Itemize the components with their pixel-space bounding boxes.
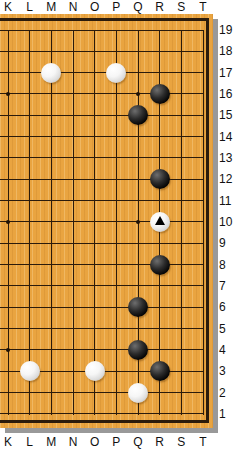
star-point-Q16 bbox=[136, 92, 140, 96]
row-label-11: 11 bbox=[219, 195, 234, 208]
black-stone-R16[interactable] bbox=[150, 84, 170, 104]
row-label-6: 6 bbox=[219, 301, 234, 314]
row-label-3: 3 bbox=[219, 365, 234, 378]
row-label-4: 4 bbox=[219, 344, 234, 357]
row-label-2: 2 bbox=[219, 387, 234, 400]
white-stone-O3[interactable] bbox=[85, 361, 105, 381]
row-label-5: 5 bbox=[219, 323, 234, 336]
bottom-column-label-N: N bbox=[65, 435, 81, 449]
triangle-mark-icon bbox=[155, 216, 165, 225]
board[interactable] bbox=[0, 14, 213, 428]
row-label-18: 18 bbox=[219, 45, 234, 58]
top-column-label-P: P bbox=[108, 0, 124, 14]
top-column-label-M: M bbox=[43, 0, 59, 14]
row-label-13: 13 bbox=[219, 152, 234, 165]
top-column-label-L: L bbox=[22, 0, 38, 14]
top-column-label-T: T bbox=[195, 0, 211, 14]
row-label-14: 14 bbox=[219, 131, 234, 144]
row-label-9: 9 bbox=[219, 237, 234, 250]
white-stone-M17[interactable] bbox=[41, 63, 61, 83]
star-point-K10 bbox=[6, 220, 10, 224]
bottom-column-label-L: L bbox=[22, 435, 38, 449]
black-stone-Q4[interactable] bbox=[128, 340, 148, 360]
top-column-label-Q: Q bbox=[130, 0, 146, 14]
bottom-column-label-K: K bbox=[0, 435, 16, 449]
top-column-label-S: S bbox=[173, 0, 189, 14]
bottom-column-label-O: O bbox=[87, 435, 103, 449]
row-label-12: 12 bbox=[219, 173, 234, 186]
row-label-1: 1 bbox=[219, 408, 234, 421]
top-column-label-O: O bbox=[87, 0, 103, 14]
black-stone-R12[interactable] bbox=[150, 169, 170, 189]
bottom-column-label-R: R bbox=[152, 435, 168, 449]
go-diagram: KLMNOPQRST 19181716151413121110987654321… bbox=[0, 0, 234, 450]
bottom-column-label-P: P bbox=[108, 435, 124, 449]
white-stone-L3[interactable] bbox=[20, 361, 40, 381]
white-stone-P17[interactable] bbox=[106, 63, 126, 83]
bottom-column-label-M: M bbox=[43, 435, 59, 449]
star-point-K16 bbox=[6, 92, 10, 96]
row-label-19: 19 bbox=[219, 24, 234, 37]
row-label-15: 15 bbox=[219, 109, 234, 122]
white-stone-R10[interactable] bbox=[150, 212, 170, 232]
black-stone-R8[interactable] bbox=[150, 255, 170, 275]
top-column-label-R: R bbox=[152, 0, 168, 14]
row-label-8: 8 bbox=[219, 259, 234, 272]
black-stone-R3[interactable] bbox=[150, 361, 170, 381]
bottom-column-label-Q: Q bbox=[130, 435, 146, 449]
bottom-column-label-T: T bbox=[195, 435, 211, 449]
star-point-K4 bbox=[6, 348, 10, 352]
row-label-7: 7 bbox=[219, 280, 234, 293]
row-label-10: 10 bbox=[219, 216, 234, 229]
row-label-16: 16 bbox=[219, 88, 234, 101]
white-stone-Q2[interactable] bbox=[128, 383, 148, 403]
bottom-column-label-S: S bbox=[173, 435, 189, 449]
row-label-17: 17 bbox=[219, 67, 234, 80]
top-column-label-N: N bbox=[65, 0, 81, 14]
top-column-label-K: K bbox=[0, 0, 16, 14]
star-point-Q10 bbox=[136, 220, 140, 224]
